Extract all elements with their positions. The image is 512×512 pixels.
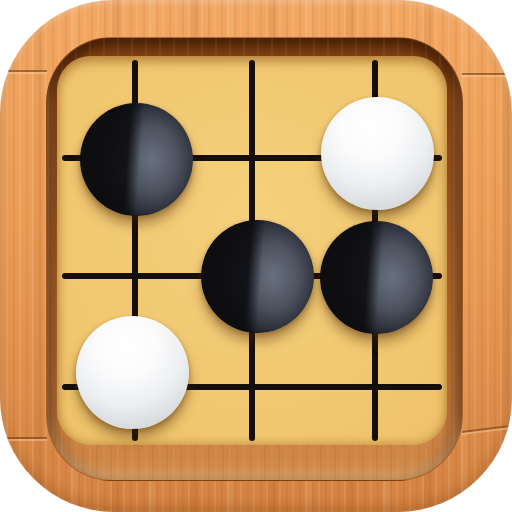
frame-seam-left-1 [2,437,47,441]
white-stone-r0c2 [321,97,434,210]
app-icon[interactable] [0,0,512,512]
white-stone-r2c0 [76,316,189,429]
frame-seam-right-2 [462,73,510,77]
black-stone-r1c2 [320,221,433,334]
go-board [57,56,447,445]
frame-seam-right-3 [462,425,510,435]
frame-seam-left-0 [2,70,47,74]
black-stone-r1c1 [201,220,314,333]
screenshot-canvas [0,0,512,512]
black-stone-r0c0 [80,103,193,216]
